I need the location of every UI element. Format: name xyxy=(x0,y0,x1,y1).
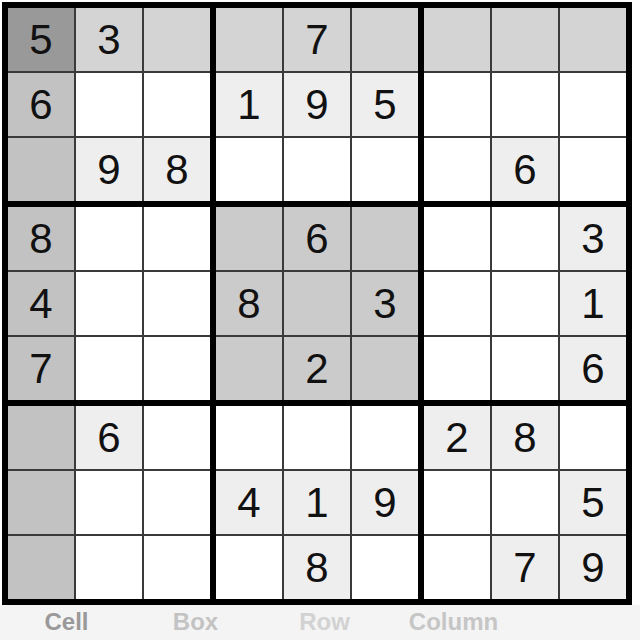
cell-r9c9[interactable]: 9 xyxy=(560,536,626,599)
cell-r3c7[interactable] xyxy=(424,138,490,201)
cell-r8c5[interactable]: 1 xyxy=(284,471,350,534)
cell-r7c3[interactable] xyxy=(144,406,210,469)
box-1-2: 7195 xyxy=(216,8,418,201)
cell-r3c5[interactable] xyxy=(284,138,350,201)
cell-r5c4[interactable]: 8 xyxy=(216,272,282,335)
cell-r3c3[interactable]: 8 xyxy=(144,138,210,201)
cell-r7c6[interactable] xyxy=(352,406,418,469)
cell-r2c5[interactable]: 9 xyxy=(284,73,350,136)
legend-box-label: Box xyxy=(131,606,260,638)
cell-r9c6[interactable] xyxy=(352,536,418,599)
cell-r6c2[interactable] xyxy=(76,337,142,400)
cell-r2c7[interactable] xyxy=(424,73,490,136)
cell-r5c6[interactable]: 3 xyxy=(352,272,418,335)
cell-r3c9[interactable] xyxy=(560,138,626,201)
cell-r2c8[interactable] xyxy=(492,73,558,136)
box-3-1: 6 xyxy=(8,406,210,599)
cell-r1c6[interactable] xyxy=(352,8,418,71)
cell-r2c4[interactable]: 1 xyxy=(216,73,282,136)
cell-r7c8[interactable]: 8 xyxy=(492,406,558,469)
cell-r3c1[interactable] xyxy=(8,138,74,201)
cell-r5c9[interactable]: 1 xyxy=(560,272,626,335)
cell-r3c4[interactable] xyxy=(216,138,282,201)
cell-r9c5[interactable]: 8 xyxy=(284,536,350,599)
cell-r9c2[interactable] xyxy=(76,536,142,599)
cell-r7c1[interactable] xyxy=(8,406,74,469)
box-3-3: 28579 xyxy=(424,406,626,599)
cell-r9c1[interactable] xyxy=(8,536,74,599)
box-1-1: 53698 xyxy=(8,8,210,201)
box-1-3: 6 xyxy=(424,8,626,201)
box-2-2: 6832 xyxy=(216,207,418,400)
cell-r8c1[interactable] xyxy=(8,471,74,534)
cell-r5c2[interactable] xyxy=(76,272,142,335)
box-2-1: 847 xyxy=(8,207,210,400)
cell-r3c6[interactable] xyxy=(352,138,418,201)
cell-r2c3[interactable] xyxy=(144,73,210,136)
sudoku-board: 536987195684768323166419828579 xyxy=(2,2,632,605)
cell-r7c2[interactable]: 6 xyxy=(76,406,142,469)
cell-r4c4[interactable] xyxy=(216,207,282,270)
box-2-3: 316 xyxy=(424,207,626,400)
box-3-2: 4198 xyxy=(216,406,418,599)
cell-r6c8[interactable] xyxy=(492,337,558,400)
cell-r9c7[interactable] xyxy=(424,536,490,599)
cell-r6c5[interactable]: 2 xyxy=(284,337,350,400)
cell-r1c7[interactable] xyxy=(424,8,490,71)
cell-r2c1[interactable]: 6 xyxy=(8,73,74,136)
cell-r6c3[interactable] xyxy=(144,337,210,400)
legend: Cell Box Row Column xyxy=(2,606,518,638)
cell-r2c6[interactable]: 5 xyxy=(352,73,418,136)
cell-r8c8[interactable] xyxy=(492,471,558,534)
legend-column-label: Column xyxy=(389,606,518,638)
cell-r1c8[interactable] xyxy=(492,8,558,71)
cell-r6c4[interactable] xyxy=(216,337,282,400)
cell-r8c3[interactable] xyxy=(144,471,210,534)
cell-r7c5[interactable] xyxy=(284,406,350,469)
cell-r6c6[interactable] xyxy=(352,337,418,400)
cell-r1c1[interactable]: 5 xyxy=(8,8,74,71)
cell-r9c4[interactable] xyxy=(216,536,282,599)
cell-r4c8[interactable] xyxy=(492,207,558,270)
cell-r1c4[interactable] xyxy=(216,8,282,71)
cell-r4c2[interactable] xyxy=(76,207,142,270)
cell-r6c9[interactable]: 6 xyxy=(560,337,626,400)
cell-r4c7[interactable] xyxy=(424,207,490,270)
cell-r9c3[interactable] xyxy=(144,536,210,599)
cell-r6c7[interactable] xyxy=(424,337,490,400)
cell-r9c8[interactable]: 7 xyxy=(492,536,558,599)
cell-r8c6[interactable]: 9 xyxy=(352,471,418,534)
legend-cell-label: Cell xyxy=(2,606,131,638)
cell-r6c1[interactable]: 7 xyxy=(8,337,74,400)
cell-r5c3[interactable] xyxy=(144,272,210,335)
cell-r5c7[interactable] xyxy=(424,272,490,335)
cell-r1c3[interactable] xyxy=(144,8,210,71)
cell-r4c9[interactable]: 3 xyxy=(560,207,626,270)
legend-row-label: Row xyxy=(260,606,389,638)
cell-r4c1[interactable]: 8 xyxy=(8,207,74,270)
cell-r7c4[interactable] xyxy=(216,406,282,469)
cell-r7c7[interactable]: 2 xyxy=(424,406,490,469)
cell-r1c5[interactable]: 7 xyxy=(284,8,350,71)
cell-r5c1[interactable]: 4 xyxy=(8,272,74,335)
cell-r7c9[interactable] xyxy=(560,406,626,469)
cell-r8c2[interactable] xyxy=(76,471,142,534)
cell-r4c6[interactable] xyxy=(352,207,418,270)
cell-r8c4[interactable]: 4 xyxy=(216,471,282,534)
cell-r8c7[interactable] xyxy=(424,471,490,534)
cell-r2c9[interactable] xyxy=(560,73,626,136)
cell-r8c9[interactable]: 5 xyxy=(560,471,626,534)
cell-r2c2[interactable] xyxy=(76,73,142,136)
cell-r3c8[interactable]: 6 xyxy=(492,138,558,201)
cell-r4c5[interactable]: 6 xyxy=(284,207,350,270)
cell-r1c2[interactable]: 3 xyxy=(76,8,142,71)
cell-r1c9[interactable] xyxy=(560,8,626,71)
cell-r4c3[interactable] xyxy=(144,207,210,270)
cell-r5c8[interactable] xyxy=(492,272,558,335)
cell-r3c2[interactable]: 9 xyxy=(76,138,142,201)
cell-r5c5[interactable] xyxy=(284,272,350,335)
